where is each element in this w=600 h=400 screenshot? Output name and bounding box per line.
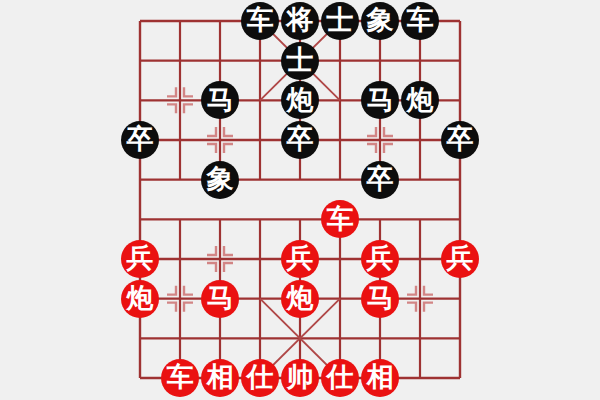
intersection[interactable] xyxy=(440,1,480,41)
intersection[interactable] xyxy=(400,358,440,398)
piece-red-chariot[interactable]: 车 xyxy=(161,359,199,397)
intersection[interactable] xyxy=(320,80,360,120)
intersection[interactable]: 将 xyxy=(280,1,320,41)
intersection[interactable]: 车 xyxy=(240,1,280,41)
intersection[interactable] xyxy=(440,160,480,200)
piece-red-general[interactable]: 帅 xyxy=(281,359,319,397)
intersection[interactable] xyxy=(160,80,200,120)
piece-black-soldier[interactable]: 卒 xyxy=(121,121,159,159)
intersection[interactable]: 仕 xyxy=(240,358,280,398)
intersection[interactable] xyxy=(320,279,360,319)
intersection[interactable] xyxy=(160,160,200,200)
intersection[interactable]: 象 xyxy=(200,160,240,200)
intersection[interactable] xyxy=(320,120,360,160)
intersection[interactable] xyxy=(120,80,160,120)
intersection[interactable] xyxy=(440,41,480,81)
intersection[interactable] xyxy=(200,199,240,239)
intersection[interactable]: 马 xyxy=(200,80,240,120)
intersection[interactable] xyxy=(120,358,160,398)
intersection[interactable] xyxy=(120,1,160,41)
intersection[interactable]: 炮 xyxy=(280,279,320,319)
piece-black-horse[interactable]: 马 xyxy=(361,81,399,119)
intersection[interactable]: 车 xyxy=(400,1,440,41)
intersection[interactable] xyxy=(440,358,480,398)
piece-black-chariot[interactable]: 车 xyxy=(241,2,279,40)
intersection[interactable]: 帅 xyxy=(280,358,320,398)
intersection[interactable]: 兵 xyxy=(120,239,160,279)
piece-red-horse[interactable]: 马 xyxy=(201,280,239,318)
intersection[interactable] xyxy=(360,41,400,81)
piece-red-cannon[interactable]: 炮 xyxy=(281,280,319,318)
intersection[interactable] xyxy=(240,239,280,279)
intersection[interactable] xyxy=(280,318,320,358)
piece-black-general[interactable]: 将 xyxy=(281,2,319,40)
piece-black-elephant[interactable]: 象 xyxy=(201,161,239,199)
intersection[interactable] xyxy=(400,318,440,358)
intersection[interactable] xyxy=(240,318,280,358)
intersection[interactable] xyxy=(160,199,200,239)
intersection[interactable] xyxy=(240,199,280,239)
intersection[interactable]: 卒 xyxy=(360,160,400,200)
piece-black-soldier[interactable]: 卒 xyxy=(281,121,319,159)
piece-black-cannon[interactable]: 炮 xyxy=(281,81,319,119)
piece-red-horse[interactable]: 马 xyxy=(361,280,399,318)
intersection[interactable]: 仕 xyxy=(320,358,360,398)
piece-black-horse[interactable]: 马 xyxy=(201,81,239,119)
intersection[interactable] xyxy=(200,120,240,160)
intersection[interactable] xyxy=(360,199,400,239)
intersection[interactable] xyxy=(120,160,160,200)
piece-red-elephant[interactable]: 相 xyxy=(361,359,399,397)
intersection[interactable] xyxy=(400,160,440,200)
intersection[interactable]: 兵 xyxy=(440,239,480,279)
piece-red-elephant[interactable]: 相 xyxy=(201,359,239,397)
intersection[interactable] xyxy=(200,318,240,358)
intersection[interactable] xyxy=(160,41,200,81)
piece-black-soldier[interactable]: 卒 xyxy=(441,121,479,159)
intersection[interactable] xyxy=(400,41,440,81)
intersection[interactable]: 炮 xyxy=(400,80,440,120)
intersection[interactable]: 马 xyxy=(360,80,400,120)
intersection[interactable]: 车 xyxy=(160,358,200,398)
intersection[interactable] xyxy=(200,239,240,279)
intersection[interactable] xyxy=(240,279,280,319)
piece-black-soldier[interactable]: 卒 xyxy=(361,161,399,199)
intersection[interactable] xyxy=(120,199,160,239)
intersection[interactable] xyxy=(400,199,440,239)
piece-red-advisor[interactable]: 仕 xyxy=(241,359,279,397)
piece-red-soldier[interactable]: 兵 xyxy=(361,240,399,278)
intersection[interactable]: 相 xyxy=(200,358,240,398)
piece-red-chariot[interactable]: 车 xyxy=(321,200,359,238)
intersection[interactable] xyxy=(160,318,200,358)
piece-red-cannon[interactable]: 炮 xyxy=(121,280,159,318)
piece-black-chariot[interactable]: 车 xyxy=(401,2,439,40)
intersection[interactable] xyxy=(440,199,480,239)
intersection[interactable] xyxy=(320,41,360,81)
piece-black-advisor[interactable]: 士 xyxy=(321,2,359,40)
intersection[interactable] xyxy=(120,41,160,81)
intersection[interactable] xyxy=(360,120,400,160)
board-grid: 车将士象车士马炮马炮卒卒卒象卒车兵兵兵兵炮马炮马车相仕帅仕相 xyxy=(120,1,480,398)
intersection[interactable]: 相 xyxy=(360,358,400,398)
intersection[interactable] xyxy=(160,1,200,41)
intersection[interactable] xyxy=(320,160,360,200)
intersection[interactable]: 兵 xyxy=(280,239,320,279)
intersection[interactable] xyxy=(400,279,440,319)
intersection[interactable] xyxy=(320,239,360,279)
intersection[interactable]: 马 xyxy=(200,279,240,319)
intersection[interactable] xyxy=(160,279,200,319)
piece-black-advisor[interactable]: 士 xyxy=(281,42,319,80)
intersection[interactable] xyxy=(440,279,480,319)
intersection[interactable]: 车 xyxy=(320,199,360,239)
piece-black-elephant[interactable]: 象 xyxy=(361,2,399,40)
intersection[interactable] xyxy=(400,239,440,279)
intersection[interactable] xyxy=(240,160,280,200)
intersection[interactable]: 马 xyxy=(360,279,400,319)
xiangqi-board: 车将士象车士马炮马炮卒卒卒象卒车兵兵兵兵炮马炮马车相仕帅仕相 xyxy=(0,0,600,400)
intersection[interactable]: 士 xyxy=(280,41,320,81)
intersection[interactable]: 象 xyxy=(360,1,400,41)
intersection[interactable] xyxy=(280,199,320,239)
intersection[interactable] xyxy=(360,318,400,358)
intersection[interactable]: 炮 xyxy=(120,279,160,319)
intersection[interactable] xyxy=(120,318,160,358)
intersection[interactable]: 卒 xyxy=(120,120,160,160)
intersection[interactable] xyxy=(240,120,280,160)
intersection[interactable]: 士 xyxy=(320,1,360,41)
piece-black-cannon[interactable]: 炮 xyxy=(401,81,439,119)
intersection[interactable] xyxy=(200,1,240,41)
intersection[interactable] xyxy=(440,80,480,120)
piece-red-soldier[interactable]: 兵 xyxy=(441,240,479,278)
intersection[interactable] xyxy=(400,120,440,160)
intersection[interactable]: 炮 xyxy=(280,80,320,120)
piece-red-soldier[interactable]: 兵 xyxy=(121,240,159,278)
intersection[interactable] xyxy=(240,80,280,120)
intersection[interactable] xyxy=(160,120,200,160)
intersection[interactable] xyxy=(160,239,200,279)
intersection[interactable]: 卒 xyxy=(280,120,320,160)
intersection[interactable] xyxy=(320,318,360,358)
intersection[interactable]: 兵 xyxy=(360,239,400,279)
piece-red-advisor[interactable]: 仕 xyxy=(321,359,359,397)
intersection[interactable]: 卒 xyxy=(440,120,480,160)
piece-red-soldier[interactable]: 兵 xyxy=(281,240,319,278)
intersection[interactable] xyxy=(280,160,320,200)
intersection[interactable] xyxy=(240,41,280,81)
intersection[interactable] xyxy=(200,41,240,81)
intersection[interactable] xyxy=(440,318,480,358)
